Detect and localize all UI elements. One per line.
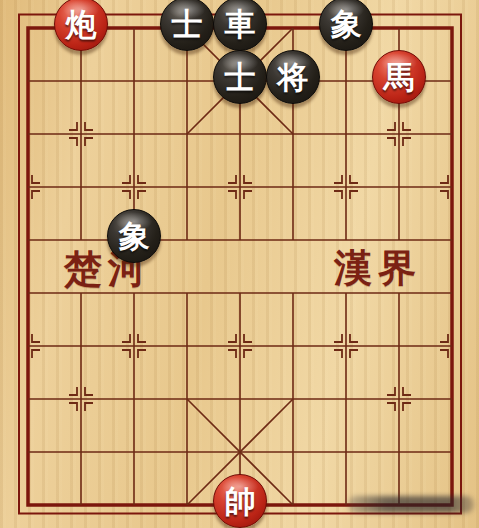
black-elephant[interactable]: 象 bbox=[319, 0, 373, 51]
watermark-smudge bbox=[348, 496, 474, 513]
piece-glyph: 車 bbox=[225, 9, 256, 40]
pieces-layer: 炮士車象士将馬象帥 bbox=[2, 2, 479, 528]
red-cannon[interactable]: 炮 bbox=[54, 0, 108, 51]
black-general[interactable]: 将 bbox=[266, 50, 320, 104]
piece-glyph: 士 bbox=[225, 62, 256, 93]
piece-glyph: 帥 bbox=[225, 486, 256, 517]
black-advisor[interactable]: 士 bbox=[213, 50, 267, 104]
piece-glyph: 士 bbox=[172, 9, 203, 40]
black-chariot[interactable]: 車 bbox=[213, 0, 267, 51]
red-horse[interactable]: 馬 bbox=[372, 50, 426, 104]
black-elephant[interactable]: 象 bbox=[107, 209, 161, 263]
piece-glyph: 炮 bbox=[66, 9, 97, 40]
red-general[interactable]: 帥 bbox=[213, 474, 267, 528]
piece-glyph: 将 bbox=[278, 62, 309, 93]
piece-glyph: 象 bbox=[119, 221, 150, 252]
piece-glyph: 馬 bbox=[384, 62, 415, 93]
xiangqi-board: 楚河 漢界 炮士車象士将馬象帥 bbox=[0, 0, 479, 528]
black-advisor[interactable]: 士 bbox=[160, 0, 214, 51]
piece-glyph: 象 bbox=[331, 9, 362, 40]
